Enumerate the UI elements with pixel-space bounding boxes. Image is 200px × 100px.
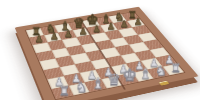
- piece-black-pawn: ♟: [35, 34, 44, 44]
- piece-white-rook: ♜: [59, 85, 70, 98]
- square-b5: [51, 48, 70, 59]
- piece-white-rook: ♜: [171, 62, 182, 74]
- square-a1: ♜: [51, 86, 73, 100]
- square-b1: ♞: [68, 82, 90, 95]
- piece-black-pawn: ♟: [93, 24, 102, 33]
- product-photo: ♜♞♝♛♚♝♞♜♟♟♟♟♟♟♟♟♟♟♟♟♟♟♟♟♜♞♝♛♚♝♞♜: [0, 0, 200, 100]
- piece-white-knight: ♞: [75, 81, 87, 95]
- piece-black-pawn: ♟: [79, 27, 88, 37]
- piece-white-knight: ♞: [155, 64, 167, 77]
- piece-black-pawn: ♟: [134, 17, 142, 26]
- piece-black-pawn: ♟: [107, 22, 115, 31]
- piece-black-pawn: ♟: [120, 20, 128, 29]
- chess-board: ♜♞♝♛♚♝♞♜♟♟♟♟♟♟♟♟♟♟♟♟♟♟♟♟♜♞♝♛♚♝♞♜: [15, 7, 199, 100]
- piece-black-pawn: ♟: [65, 29, 74, 39]
- piece-white-queen: ♛: [107, 72, 121, 88]
- piece-white-bishop: ♝: [91, 76, 104, 91]
- photo-scene: ♜♞♝♛♚♝♞♜♟♟♟♟♟♟♟♟♟♟♟♟♟♟♟♟♜♞♝♛♚♝♞♜: [0, 0, 200, 100]
- piece-white-king: ♚: [123, 67, 138, 83]
- square-c1: ♝: [84, 79, 106, 92]
- piece-black-pawn: ♟: [50, 32, 59, 42]
- piece-white-bishop: ♝: [139, 66, 152, 80]
